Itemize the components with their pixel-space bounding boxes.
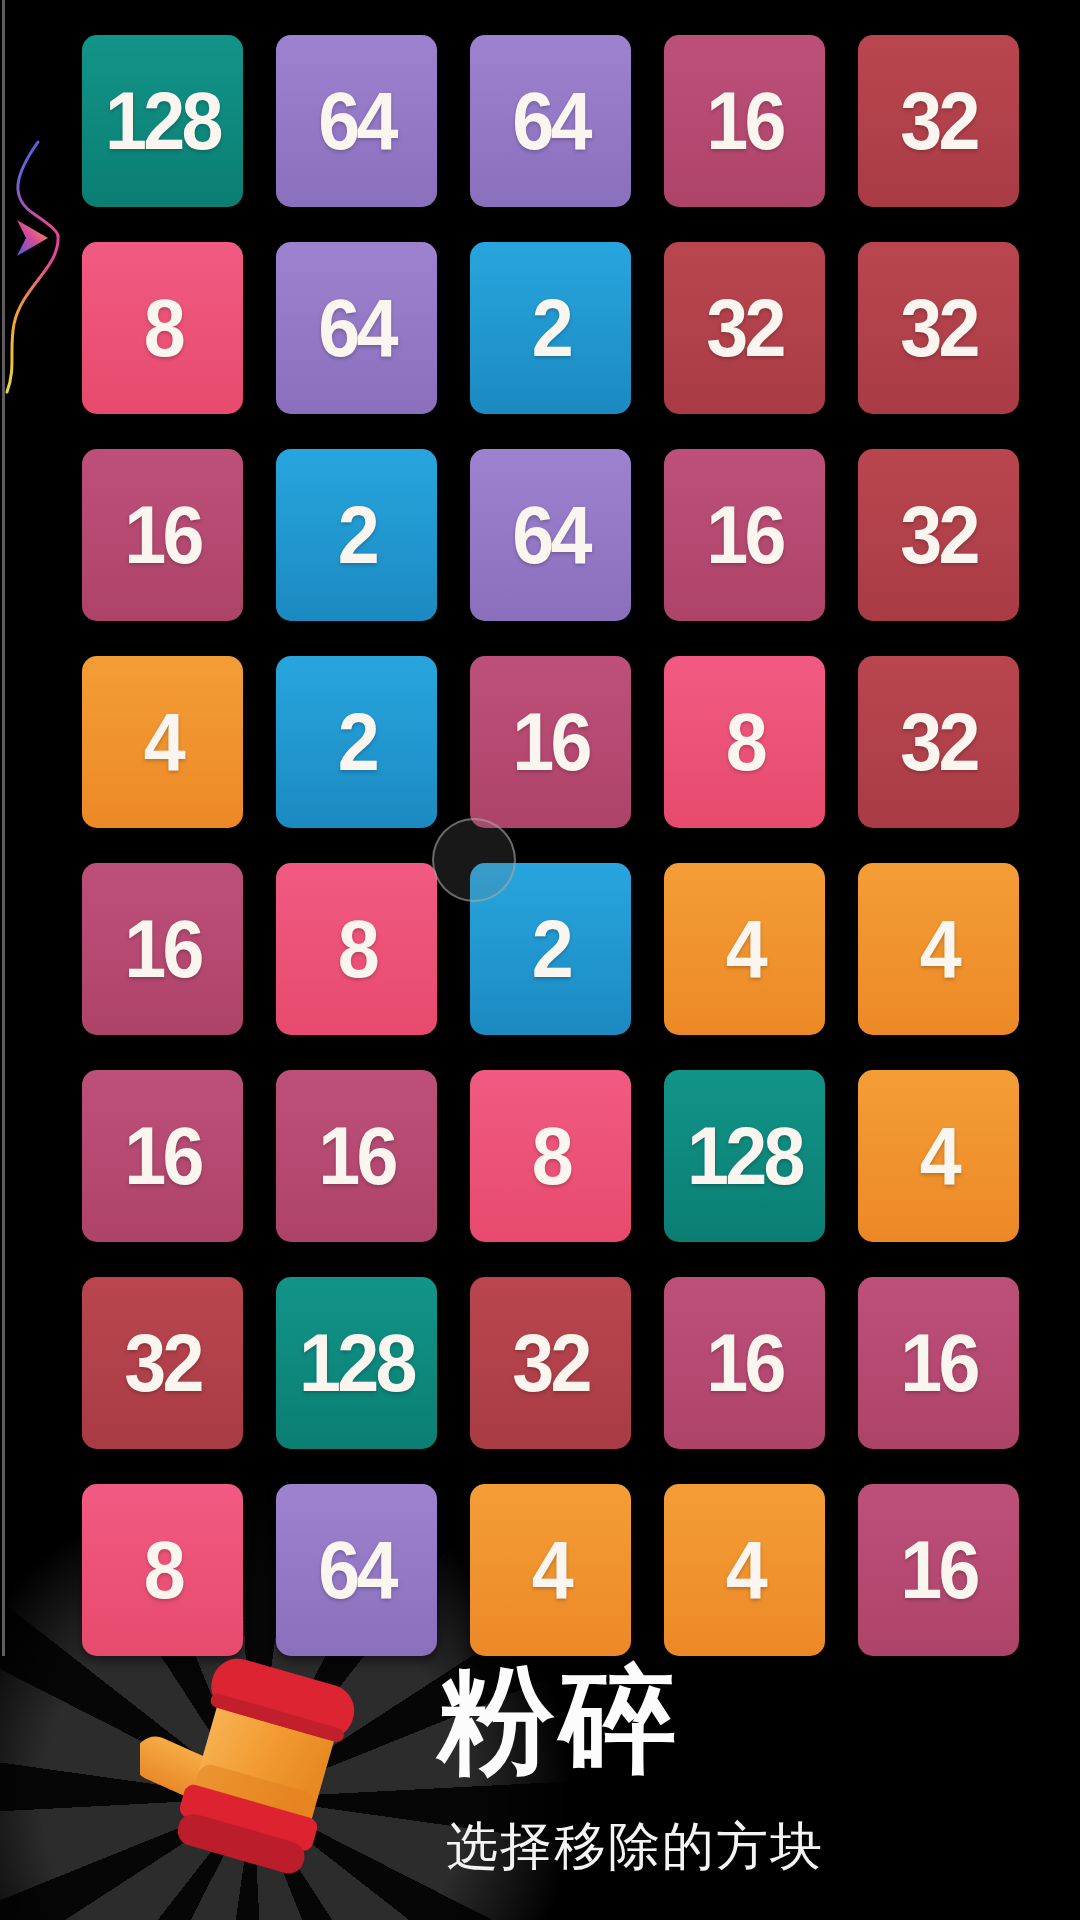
tile-value: 4 <box>919 1115 957 1197</box>
tile-value: 4 <box>531 1529 569 1611</box>
tile-value: 16 <box>512 701 589 783</box>
tile-value: 64 <box>318 287 395 369</box>
tile[interactable]: 8 <box>470 1070 631 1242</box>
tile[interactable]: 8 <box>276 863 437 1035</box>
tile-value: 64 <box>318 1529 395 1611</box>
tile[interactable]: 32 <box>470 1277 631 1449</box>
tile[interactable]: 16 <box>470 656 631 828</box>
tile[interactable]: 8 <box>82 1484 243 1656</box>
tile-value: 64 <box>512 80 589 162</box>
tile-value: 16 <box>900 1529 977 1611</box>
tile-value: 4 <box>725 1529 763 1611</box>
tile-value: 2 <box>531 287 569 369</box>
tile-value: 32 <box>512 1322 589 1404</box>
tile[interactable]: 16 <box>664 35 825 207</box>
tile-value: 16 <box>124 1115 201 1197</box>
tile[interactable]: 64 <box>470 35 631 207</box>
tile-value: 2 <box>531 908 569 990</box>
hammer-icon <box>140 1658 366 1874</box>
tile-value: 128 <box>299 1322 414 1404</box>
tile[interactable]: 2 <box>470 242 631 414</box>
tile[interactable]: 4 <box>470 1484 631 1656</box>
tile-value: 8 <box>337 908 375 990</box>
tile-value: 64 <box>318 80 395 162</box>
tile[interactable]: 16 <box>858 1277 1019 1449</box>
tile-value: 8 <box>143 1529 181 1611</box>
tile[interactable]: 16 <box>82 449 243 621</box>
tile-value: 16 <box>900 1322 977 1404</box>
tile[interactable]: 16 <box>82 1070 243 1242</box>
tile[interactable]: 64 <box>276 242 437 414</box>
tile-value: 4 <box>725 908 763 990</box>
tile-value: 32 <box>900 287 977 369</box>
tile[interactable]: 2 <box>276 449 437 621</box>
tile-value: 16 <box>318 1115 395 1197</box>
board: 1286464163286423232162641632421683216824… <box>82 35 1019 1656</box>
tile[interactable]: 4 <box>858 1070 1019 1242</box>
tile-value: 8 <box>725 701 763 783</box>
tile-value: 16 <box>706 80 783 162</box>
tile-value: 16 <box>706 1322 783 1404</box>
tile-value: 2 <box>337 701 375 783</box>
tile-value: 16 <box>124 908 201 990</box>
tile-value: 4 <box>919 908 957 990</box>
tile[interactable]: 128 <box>664 1070 825 1242</box>
tile[interactable]: 32 <box>858 35 1019 207</box>
tile[interactable]: 32 <box>858 449 1019 621</box>
touch-indicator <box>432 818 516 902</box>
tile[interactable]: 8 <box>664 656 825 828</box>
tile[interactable]: 16 <box>858 1484 1019 1656</box>
tile-value: 8 <box>143 287 181 369</box>
tile-value: 32 <box>706 287 783 369</box>
tile[interactable]: 128 <box>276 1277 437 1449</box>
tile[interactable]: 32 <box>664 242 825 414</box>
tile[interactable]: 4 <box>664 1484 825 1656</box>
tile-value: 8 <box>531 1115 569 1197</box>
tile-value: 2 <box>337 494 375 576</box>
tile-value: 32 <box>900 494 977 576</box>
tile[interactable]: 64 <box>276 35 437 207</box>
tile[interactable]: 2 <box>276 656 437 828</box>
tile[interactable]: 32 <box>82 1277 243 1449</box>
tile-value: 64 <box>512 494 589 576</box>
tile-value: 32 <box>900 701 977 783</box>
tile-value: 16 <box>706 494 783 576</box>
tile-value: 128 <box>687 1115 802 1197</box>
tile[interactable]: 16 <box>664 1277 825 1449</box>
banner-title: 粉碎 <box>438 1660 682 1782</box>
tile-value: 32 <box>900 80 977 162</box>
tile[interactable]: 16 <box>82 863 243 1035</box>
tile[interactable]: 4 <box>664 863 825 1035</box>
tile[interactable]: 4 <box>82 656 243 828</box>
tile[interactable]: 8 <box>82 242 243 414</box>
tile-value: 128 <box>105 80 220 162</box>
edge-swipe-decoration-icon <box>0 128 74 408</box>
tile-value: 16 <box>124 494 201 576</box>
tile[interactable]: 32 <box>858 242 1019 414</box>
tile[interactable]: 32 <box>858 656 1019 828</box>
tile[interactable]: 128 <box>82 35 243 207</box>
tile[interactable]: 4 <box>858 863 1019 1035</box>
tile[interactable]: 16 <box>276 1070 437 1242</box>
tile[interactable]: 64 <box>276 1484 437 1656</box>
tile[interactable]: 64 <box>470 449 631 621</box>
tile[interactable]: 16 <box>664 449 825 621</box>
tile-value: 4 <box>143 701 181 783</box>
banner-subtitle: 选择移除的方块 <box>446 1818 824 1875</box>
tile-value: 32 <box>124 1322 201 1404</box>
